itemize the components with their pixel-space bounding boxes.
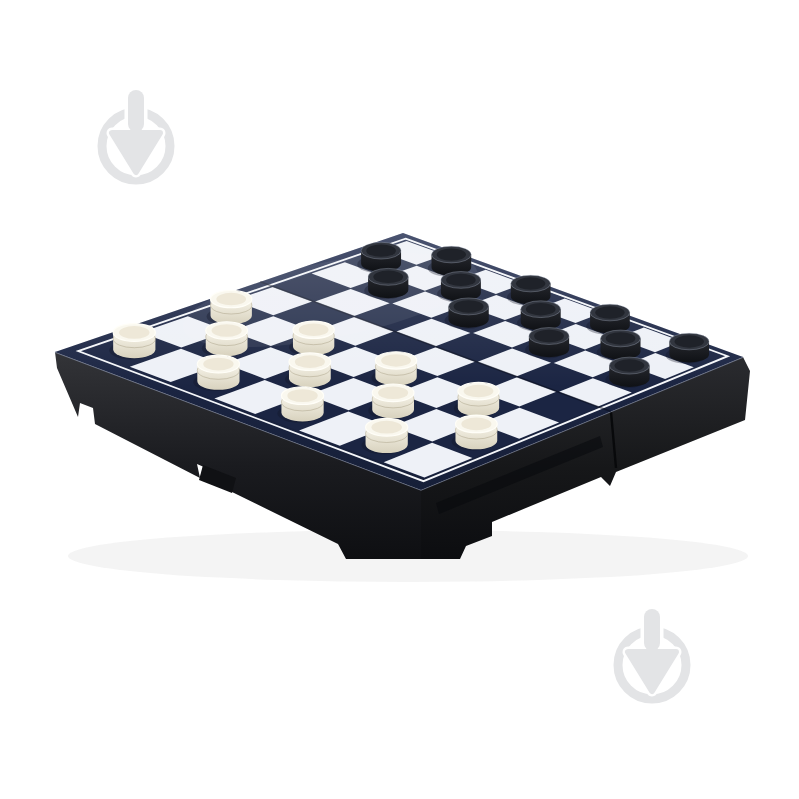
checker-white — [277, 387, 323, 423]
checker-white — [202, 322, 248, 357]
checkers-scene — [0, 0, 799, 799]
checker-black — [437, 272, 481, 303]
checker-white — [193, 355, 239, 391]
checker-black — [364, 268, 408, 299]
checker-black — [605, 357, 649, 388]
checker-white — [371, 352, 416, 387]
watermark-bottom-right — [618, 609, 686, 699]
checker-black — [666, 333, 709, 364]
product-photo-canvas — [0, 0, 799, 799]
watermark-top-left — [102, 90, 170, 180]
checker-black — [525, 328, 569, 359]
checker-white — [289, 321, 334, 356]
checker-black — [517, 301, 561, 332]
checker-white — [207, 290, 252, 325]
checker-black — [597, 330, 641, 361]
checker-white — [368, 384, 414, 419]
checker-white — [362, 418, 408, 454]
checker-white — [454, 382, 499, 417]
checker-black — [445, 298, 489, 329]
checker-white — [452, 415, 498, 450]
checker-white — [285, 353, 331, 388]
checker-white — [109, 324, 155, 360]
